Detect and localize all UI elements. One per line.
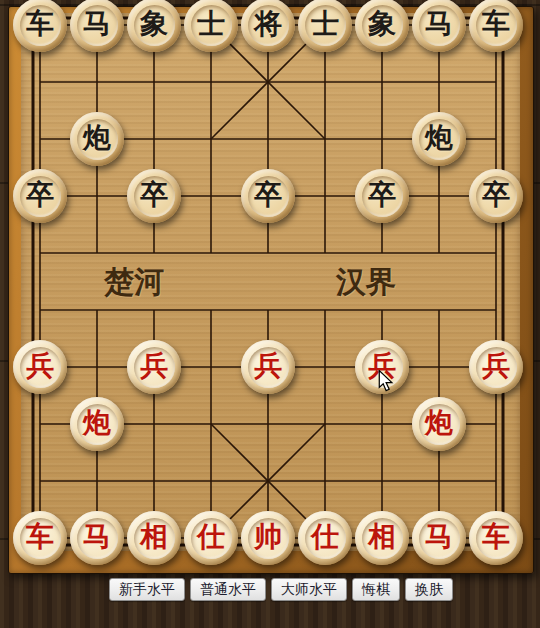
piece-face: 马	[77, 518, 118, 559]
piece-red-p-r6c4[interactable]: 兵	[241, 340, 295, 394]
piece-glyph: 相	[140, 523, 168, 551]
intersection-r3c8[interactable]: 卒	[468, 168, 525, 225]
intersection-r8c6[interactable]	[354, 453, 411, 510]
intersection-r5c8[interactable]	[468, 282, 525, 339]
piece-face: 卒	[134, 176, 175, 217]
intersection-r5c1[interactable]	[69, 282, 126, 339]
piece-red-n-r9c7[interactable]: 马	[412, 511, 466, 565]
piece-black-n-r0c1[interactable]: 马	[70, 0, 124, 52]
intersection-r9c5[interactable]: 仕	[297, 510, 354, 567]
intersection-r1c6[interactable]	[354, 54, 411, 111]
piece-red-p-r6c2[interactable]: 兵	[127, 340, 181, 394]
intersection-r2c7[interactable]: 炮	[411, 111, 468, 168]
xiangqi-app: 楚河 汉界 车马象士将士象马车炮炮卒卒卒卒卒兵兵兵兵兵炮炮车马相仕帅仕相马车 新…	[0, 0, 540, 628]
intersection-r2c4[interactable]	[240, 111, 297, 168]
piece-glyph: 炮	[425, 409, 453, 437]
intersection-r0c6[interactable]: 象	[354, 0, 411, 54]
intersection-r3c7[interactable]	[411, 168, 468, 225]
intersection-r4c1[interactable]	[69, 225, 126, 282]
piece-black-c-r2c1[interactable]: 炮	[70, 112, 124, 166]
piece-face: 兵	[476, 347, 517, 388]
intersection-r3c0[interactable]: 卒	[12, 168, 69, 225]
intersection-r9c6[interactable]: 相	[354, 510, 411, 567]
piece-face: 兵	[362, 347, 403, 388]
intersection-r6c6[interactable]: 兵	[354, 339, 411, 396]
piece-black-r-r0c8[interactable]: 车	[469, 0, 523, 52]
intersection-r9c0[interactable]: 车	[12, 510, 69, 567]
piece-black-k-r0c4[interactable]: 将	[241, 0, 295, 52]
intersection-r8c5[interactable]	[297, 453, 354, 510]
piece-black-b-r0c6[interactable]: 象	[355, 0, 409, 52]
piece-glyph: 炮	[83, 124, 111, 152]
intersection-r9c4[interactable]: 帅	[240, 510, 297, 567]
piece-face: 仕	[305, 518, 346, 559]
normal-level-button[interactable]: 普通水平	[190, 578, 266, 601]
piece-red-r-r9c8[interactable]: 车	[469, 511, 523, 565]
piece-face: 炮	[77, 119, 118, 160]
piece-glyph: 兵	[26, 352, 54, 380]
intersection-r2c1[interactable]: 炮	[69, 111, 126, 168]
piece-face: 兵	[134, 347, 175, 388]
piece-black-p-r3c0[interactable]: 卒	[13, 169, 67, 223]
piece-face: 卒	[476, 176, 517, 217]
intersection-r4c4[interactable]	[240, 225, 297, 282]
piece-face: 炮	[77, 404, 118, 445]
master-level-button[interactable]: 大师水平	[271, 578, 347, 601]
intersection-r8c4[interactable]	[240, 453, 297, 510]
intersection-r0c1[interactable]: 马	[69, 0, 126, 54]
intersection-r9c7[interactable]: 马	[411, 510, 468, 567]
intersection-r6c0[interactable]: 兵	[12, 339, 69, 396]
intersection-r1c4[interactable]	[240, 54, 297, 111]
piece-face: 士	[305, 5, 346, 46]
intersection-r4c5[interactable]	[297, 225, 354, 282]
piece-face: 卒	[248, 176, 289, 217]
piece-face: 象	[362, 5, 403, 46]
intersection-r3c2[interactable]: 卒	[126, 168, 183, 225]
piece-face: 相	[362, 518, 403, 559]
piece-glyph: 仕	[311, 523, 339, 551]
piece-black-c-r2c7[interactable]: 炮	[412, 112, 466, 166]
piece-red-p-r6c0[interactable]: 兵	[13, 340, 67, 394]
piece-glyph: 兵	[482, 352, 510, 380]
undo-move-button[interactable]: 悔棋	[352, 578, 400, 601]
intersection-r7c2[interactable]	[126, 396, 183, 453]
piece-glyph: 马	[83, 10, 111, 38]
piece-red-a-r9c5[interactable]: 仕	[298, 511, 352, 565]
piece-glyph: 炮	[425, 124, 453, 152]
intersection-r5c5[interactable]	[297, 282, 354, 339]
piece-face: 士	[191, 5, 232, 46]
piece-black-p-r3c8[interactable]: 卒	[469, 169, 523, 223]
intersection-r9c8[interactable]: 车	[468, 510, 525, 567]
intersection-r0c8[interactable]: 车	[468, 0, 525, 54]
piece-red-c-r7c1[interactable]: 炮	[70, 397, 124, 451]
piece-red-b-r9c2[interactable]: 相	[127, 511, 181, 565]
piece-face: 兵	[20, 347, 61, 388]
piece-face: 仕	[191, 518, 232, 559]
intersection-r7c3[interactable]	[183, 396, 240, 453]
piece-red-p-r6c6[interactable]: 兵	[355, 340, 409, 394]
intersection-r4c7[interactable]	[411, 225, 468, 282]
intersection-r7c6[interactable]	[354, 396, 411, 453]
intersection-r9c3[interactable]: 仕	[183, 510, 240, 567]
piece-face: 相	[134, 518, 175, 559]
piece-face: 马	[419, 518, 460, 559]
intersection-r3c5[interactable]	[297, 168, 354, 225]
piece-glyph: 卒	[368, 181, 396, 209]
piece-red-a-r9c3[interactable]: 仕	[184, 511, 238, 565]
intersection-r5c4[interactable]	[240, 282, 297, 339]
intersection-r6c4[interactable]: 兵	[240, 339, 297, 396]
piece-black-p-r3c2[interactable]: 卒	[127, 169, 181, 223]
intersection-r0c2[interactable]: 象	[126, 0, 183, 54]
piece-red-b-r9c6[interactable]: 相	[355, 511, 409, 565]
piece-glyph: 象	[368, 10, 396, 38]
piece-red-p-r6c8[interactable]: 兵	[469, 340, 523, 394]
piece-glyph: 象	[140, 10, 168, 38]
piece-glyph: 士	[311, 10, 339, 38]
intersection-r9c1[interactable]: 马	[69, 510, 126, 567]
intersection-r2c0[interactable]	[12, 111, 69, 168]
intersection-r7c5[interactable]	[297, 396, 354, 453]
intersection-r0c3[interactable]: 士	[183, 0, 240, 54]
piece-face: 卒	[20, 176, 61, 217]
intersection-r5c6[interactable]	[354, 282, 411, 339]
piece-glyph: 卒	[482, 181, 510, 209]
piece-red-n-r9c1[interactable]: 马	[70, 511, 124, 565]
piece-face: 车	[476, 5, 517, 46]
intersection-r1c3[interactable]	[183, 54, 240, 111]
piece-red-r-r9c0[interactable]: 车	[13, 511, 67, 565]
intersection-r4c6[interactable]	[354, 225, 411, 282]
piece-face: 兵	[248, 347, 289, 388]
board-grid: 车马象士将士象马车炮炮卒卒卒卒卒兵兵兵兵兵炮炮车马相仕帅仕相马车	[12, 0, 525, 567]
intersection-r0c0[interactable]: 车	[12, 0, 69, 54]
intersection-r0c7[interactable]: 马	[411, 0, 468, 54]
intersection-r8c3[interactable]	[183, 453, 240, 510]
intersection-r7c0[interactable]	[12, 396, 69, 453]
piece-face: 炮	[419, 119, 460, 160]
intersection-r2c2[interactable]	[126, 111, 183, 168]
piece-glyph: 士	[197, 10, 225, 38]
intersection-r3c3[interactable]	[183, 168, 240, 225]
piece-black-a-r0c5[interactable]: 士	[298, 0, 352, 52]
piece-glyph: 帅	[254, 523, 282, 551]
piece-face: 车	[20, 5, 61, 46]
intersection-r2c8[interactable]	[468, 111, 525, 168]
intersection-r6c2[interactable]: 兵	[126, 339, 183, 396]
piece-face: 象	[134, 5, 175, 46]
intersection-r0c5[interactable]: 士	[297, 0, 354, 54]
piece-glyph: 马	[83, 523, 111, 551]
piece-black-a-r0c3[interactable]: 士	[184, 0, 238, 52]
piece-glyph: 车	[26, 10, 54, 38]
intersection-r9c2[interactable]: 相	[126, 510, 183, 567]
intersection-r4c8[interactable]	[468, 225, 525, 282]
intersection-r2c5[interactable]	[297, 111, 354, 168]
intersection-r6c7[interactable]	[411, 339, 468, 396]
intersection-r3c1[interactable]	[69, 168, 126, 225]
intersection-r7c1[interactable]: 炮	[69, 396, 126, 453]
intersection-r0c4[interactable]: 将	[240, 0, 297, 54]
piece-glyph: 兵	[368, 352, 396, 380]
intersection-r8c0[interactable]	[12, 453, 69, 510]
piece-glyph: 马	[425, 523, 453, 551]
controls-bar: 新手水平 普通水平 大师水平 悔棋 换肤	[0, 578, 540, 601]
intersection-r1c7[interactable]	[411, 54, 468, 111]
piece-face: 马	[77, 5, 118, 46]
intersection-r1c1[interactable]	[69, 54, 126, 111]
piece-face: 车	[20, 518, 61, 559]
change-skin-button[interactable]: 换肤	[405, 578, 453, 601]
piece-black-p-r3c6[interactable]: 卒	[355, 169, 409, 223]
intersection-r8c1[interactable]	[69, 453, 126, 510]
intersection-r2c3[interactable]	[183, 111, 240, 168]
intersection-r5c7[interactable]	[411, 282, 468, 339]
piece-face: 帅	[248, 518, 289, 559]
intersection-r3c6[interactable]: 卒	[354, 168, 411, 225]
intersection-r7c8[interactable]	[468, 396, 525, 453]
intersection-r5c3[interactable]	[183, 282, 240, 339]
piece-glyph: 仕	[197, 523, 225, 551]
intersection-r5c0[interactable]	[12, 282, 69, 339]
intersection-r8c7[interactable]	[411, 453, 468, 510]
piece-red-c-r7c7[interactable]: 炮	[412, 397, 466, 451]
intersection-r1c8[interactable]	[468, 54, 525, 111]
intersection-r6c8[interactable]: 兵	[468, 339, 525, 396]
piece-face: 马	[419, 5, 460, 46]
intersection-r1c0[interactable]	[12, 54, 69, 111]
piece-glyph: 马	[425, 10, 453, 38]
piece-glyph: 车	[482, 523, 510, 551]
piece-black-b-r0c2[interactable]: 象	[127, 0, 181, 52]
piece-black-r-r0c0[interactable]: 车	[13, 0, 67, 52]
piece-black-p-r3c4[interactable]: 卒	[241, 169, 295, 223]
intersection-r4c0[interactable]	[12, 225, 69, 282]
intersection-r2c6[interactable]	[354, 111, 411, 168]
intersection-r7c4[interactable]	[240, 396, 297, 453]
intersection-r7c7[interactable]: 炮	[411, 396, 468, 453]
piece-black-n-r0c7[interactable]: 马	[412, 0, 466, 52]
piece-glyph: 将	[254, 10, 282, 38]
intersection-r4c3[interactable]	[183, 225, 240, 282]
piece-glyph: 车	[482, 10, 510, 38]
piece-face: 将	[248, 5, 289, 46]
intersection-r6c5[interactable]	[297, 339, 354, 396]
piece-face: 炮	[419, 404, 460, 445]
piece-glyph: 卒	[254, 181, 282, 209]
intersection-r4c2[interactable]	[126, 225, 183, 282]
piece-glyph: 卒	[140, 181, 168, 209]
piece-face: 卒	[362, 176, 403, 217]
intersection-r6c1[interactable]	[69, 339, 126, 396]
novice-level-button[interactable]: 新手水平	[109, 578, 185, 601]
intersection-r8c8[interactable]	[468, 453, 525, 510]
intersection-r6c3[interactable]	[183, 339, 240, 396]
intersection-r8c2[interactable]	[126, 453, 183, 510]
piece-glyph: 车	[26, 523, 54, 551]
piece-face: 车	[476, 518, 517, 559]
intersection-r5c2[interactable]	[126, 282, 183, 339]
intersection-r1c5[interactable]	[297, 54, 354, 111]
piece-red-k-r9c4[interactable]: 帅	[241, 511, 295, 565]
piece-glyph: 相	[368, 523, 396, 551]
piece-glyph: 兵	[140, 352, 168, 380]
intersection-r1c2[interactable]	[126, 54, 183, 111]
piece-glyph: 兵	[254, 352, 282, 380]
piece-glyph: 卒	[26, 181, 54, 209]
intersection-r3c4[interactable]: 卒	[240, 168, 297, 225]
piece-glyph: 炮	[83, 409, 111, 437]
